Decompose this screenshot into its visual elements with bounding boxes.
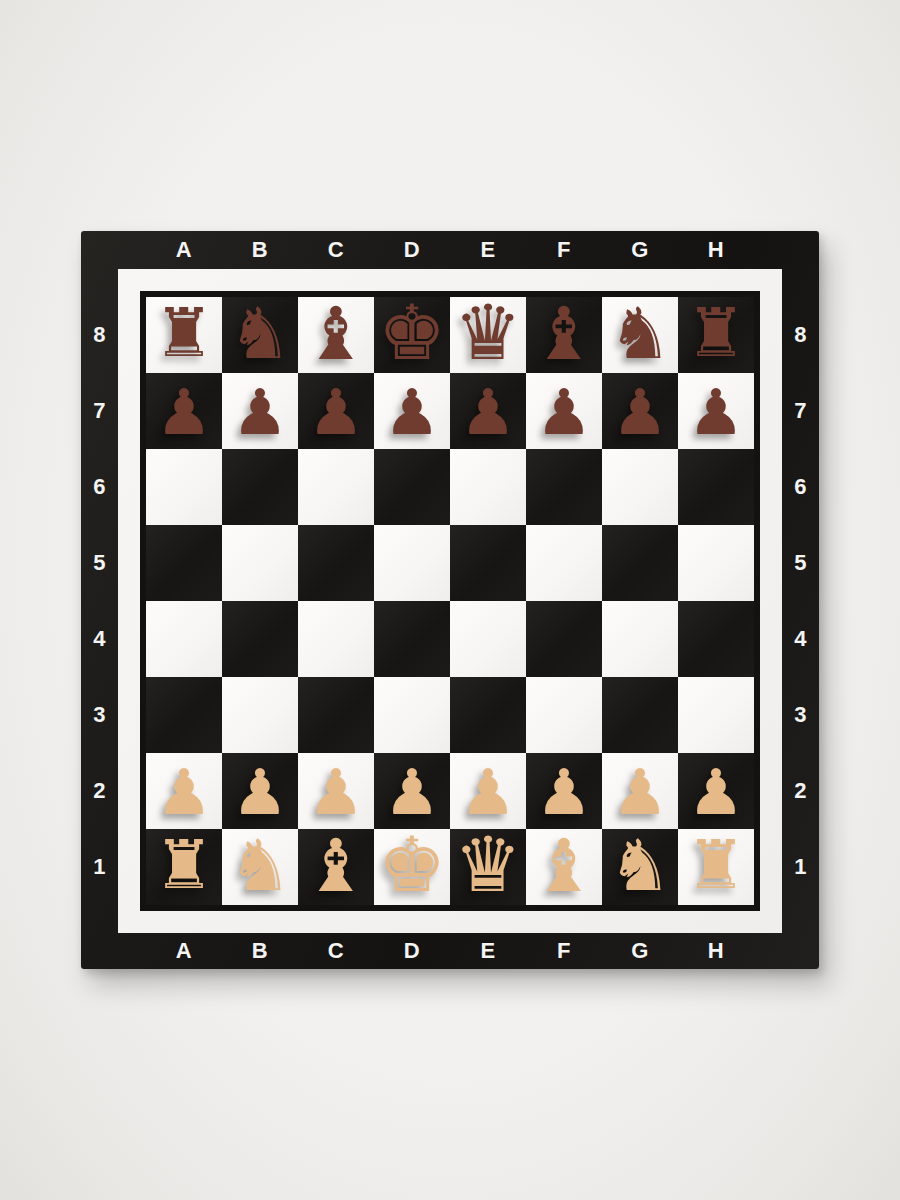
- rank-labels-left: 87654321: [81, 297, 118, 905]
- file-label-a: A: [146, 933, 222, 969]
- piece-black-bishop[interactable]: ♝: [303, 297, 368, 370]
- square-d8[interactable]: ♚: [374, 297, 450, 373]
- square-h6[interactable]: [678, 449, 754, 525]
- file-label-e: E: [450, 231, 526, 269]
- square-f3[interactable]: [526, 677, 602, 753]
- square-f1[interactable]: ♝: [526, 829, 602, 905]
- square-h1[interactable]: ♜: [678, 829, 754, 905]
- piece-white-rook[interactable]: ♜: [154, 832, 214, 899]
- piece-white-pawn[interactable]: ♟: [536, 761, 592, 824]
- file-label-g: G: [602, 231, 678, 269]
- square-c5[interactable]: [298, 525, 374, 601]
- piece-black-pawn[interactable]: ♟: [232, 381, 288, 444]
- chess-board: ABCDEFGH ABCDEFGH 87654321 87654321 ♜♞♝♚…: [81, 231, 819, 969]
- piece-white-knight[interactable]: ♞: [228, 830, 292, 901]
- square-g4[interactable]: [602, 601, 678, 677]
- square-d4[interactable]: [374, 601, 450, 677]
- file-label-h: H: [678, 933, 754, 969]
- rank-label-3: 3: [81, 677, 118, 753]
- rank-label-2: 2: [782, 753, 819, 829]
- rank-label-2: 2: [81, 753, 118, 829]
- square-g7[interactable]: ♟: [602, 373, 678, 449]
- rank-label-3: 3: [782, 677, 819, 753]
- photo-background: ABCDEFGH ABCDEFGH 87654321 87654321 ♜♞♝♚…: [0, 0, 900, 1200]
- square-b5[interactable]: [222, 525, 298, 601]
- piece-black-knight[interactable]: ♞: [608, 298, 672, 369]
- square-a6[interactable]: [146, 449, 222, 525]
- file-label-b: B: [222, 231, 298, 269]
- square-e4[interactable]: [450, 601, 526, 677]
- file-label-f: F: [526, 933, 602, 969]
- square-f7[interactable]: ♟: [526, 373, 602, 449]
- square-h5[interactable]: [678, 525, 754, 601]
- piece-white-pawn[interactable]: ♟: [384, 761, 440, 824]
- file-label-a: A: [146, 231, 222, 269]
- rank-label-7: 7: [782, 373, 819, 449]
- square-c3[interactable]: [298, 677, 374, 753]
- board-grid: ♜♞♝♚♛♝♞♜♟♟♟♟♟♟♟♟♟♟♟♟♟♟♟♟♜♞♝♚♛♝♞♜: [146, 297, 754, 905]
- rank-label-7: 7: [81, 373, 118, 449]
- square-f6[interactable]: [526, 449, 602, 525]
- square-e6[interactable]: [450, 449, 526, 525]
- square-e5[interactable]: [450, 525, 526, 601]
- square-b1[interactable]: ♞: [222, 829, 298, 905]
- square-d7[interactable]: ♟: [374, 373, 450, 449]
- square-a7[interactable]: ♟: [146, 373, 222, 449]
- square-b6[interactable]: [222, 449, 298, 525]
- piece-white-pawn[interactable]: ♟: [156, 761, 212, 824]
- playing-field-outline: ♜♞♝♚♛♝♞♜♟♟♟♟♟♟♟♟♟♟♟♟♟♟♟♟♜♞♝♚♛♝♞♜: [140, 291, 760, 911]
- rank-label-1: 1: [782, 829, 819, 905]
- square-d1[interactable]: ♚: [374, 829, 450, 905]
- square-b8[interactable]: ♞: [222, 297, 298, 373]
- piece-black-pawn[interactable]: ♟: [384, 381, 440, 444]
- piece-white-pawn[interactable]: ♟: [460, 761, 516, 824]
- square-b3[interactable]: [222, 677, 298, 753]
- file-label-g: G: [602, 933, 678, 969]
- piece-black-rook[interactable]: ♜: [154, 300, 214, 367]
- square-h7[interactable]: ♟: [678, 373, 754, 449]
- piece-white-pawn[interactable]: ♟: [232, 761, 288, 824]
- file-label-d: D: [374, 933, 450, 969]
- file-label-c: C: [298, 231, 374, 269]
- rank-label-6: 6: [782, 449, 819, 525]
- square-c7[interactable]: ♟: [298, 373, 374, 449]
- square-a1[interactable]: ♜: [146, 829, 222, 905]
- file-label-c: C: [298, 933, 374, 969]
- square-e3[interactable]: [450, 677, 526, 753]
- square-h4[interactable]: [678, 601, 754, 677]
- piece-black-king[interactable]: ♚: [378, 295, 446, 371]
- rank-label-8: 8: [782, 297, 819, 373]
- file-label-b: B: [222, 933, 298, 969]
- square-a3[interactable]: [146, 677, 222, 753]
- rank-label-1: 1: [81, 829, 118, 905]
- file-labels-top: ABCDEFGH: [146, 231, 754, 269]
- square-b2[interactable]: ♟: [222, 753, 298, 829]
- square-e7[interactable]: ♟: [450, 373, 526, 449]
- square-h3[interactable]: [678, 677, 754, 753]
- square-e2[interactable]: ♟: [450, 753, 526, 829]
- file-label-f: F: [526, 231, 602, 269]
- square-e1[interactable]: ♛: [450, 829, 526, 905]
- rank-label-4: 4: [81, 601, 118, 677]
- square-c4[interactable]: [298, 601, 374, 677]
- piece-black-pawn[interactable]: ♟: [612, 381, 668, 444]
- square-g6[interactable]: [602, 449, 678, 525]
- square-h8[interactable]: ♜: [678, 297, 754, 373]
- square-d3[interactable]: [374, 677, 450, 753]
- square-f5[interactable]: [526, 525, 602, 601]
- piece-white-knight[interactable]: ♞: [608, 830, 672, 901]
- square-c8[interactable]: ♝: [298, 297, 374, 373]
- piece-black-pawn[interactable]: ♟: [308, 381, 364, 444]
- piece-black-bishop[interactable]: ♝: [531, 297, 596, 370]
- square-f8[interactable]: ♝: [526, 297, 602, 373]
- piece-white-rook[interactable]: ♜: [686, 832, 746, 899]
- piece-white-pawn[interactable]: ♟: [612, 761, 668, 824]
- piece-white-bishop[interactable]: ♝: [531, 829, 596, 902]
- square-a8[interactable]: ♜: [146, 297, 222, 373]
- file-labels-bottom: ABCDEFGH: [146, 933, 754, 969]
- square-g2[interactable]: ♟: [602, 753, 678, 829]
- piece-white-king[interactable]: ♚: [378, 827, 446, 903]
- rank-label-5: 5: [782, 525, 819, 601]
- square-d2[interactable]: ♟: [374, 753, 450, 829]
- square-h2[interactable]: ♟: [678, 753, 754, 829]
- file-label-d: D: [374, 231, 450, 269]
- file-label-e: E: [450, 933, 526, 969]
- square-g3[interactable]: [602, 677, 678, 753]
- square-c6[interactable]: [298, 449, 374, 525]
- square-g1[interactable]: ♞: [602, 829, 678, 905]
- piece-black-pawn[interactable]: ♟: [460, 381, 516, 444]
- square-f4[interactable]: [526, 601, 602, 677]
- piece-white-pawn[interactable]: ♟: [688, 761, 744, 824]
- piece-black-pawn[interactable]: ♟: [536, 381, 592, 444]
- rank-label-5: 5: [81, 525, 118, 601]
- rank-label-6: 6: [81, 449, 118, 525]
- square-b4[interactable]: [222, 601, 298, 677]
- square-c2[interactable]: ♟: [298, 753, 374, 829]
- piece-black-rook[interactable]: ♜: [686, 300, 746, 367]
- square-a2[interactable]: ♟: [146, 753, 222, 829]
- square-f2[interactable]: ♟: [526, 753, 602, 829]
- rank-label-8: 8: [81, 297, 118, 373]
- piece-white-bishop[interactable]: ♝: [303, 829, 368, 902]
- piece-white-queen[interactable]: ♛: [454, 827, 522, 903]
- piece-black-queen[interactable]: ♛: [454, 295, 522, 371]
- file-label-h: H: [678, 231, 754, 269]
- piece-black-pawn[interactable]: ♟: [688, 381, 744, 444]
- piece-black-knight[interactable]: ♞: [228, 298, 292, 369]
- square-g5[interactable]: [602, 525, 678, 601]
- piece-black-pawn[interactable]: ♟: [156, 381, 212, 444]
- square-g8[interactable]: ♞: [602, 297, 678, 373]
- rank-label-4: 4: [782, 601, 819, 677]
- square-c1[interactable]: ♝: [298, 829, 374, 905]
- square-a4[interactable]: [146, 601, 222, 677]
- piece-white-pawn[interactable]: ♟: [308, 761, 364, 824]
- square-a5[interactable]: [146, 525, 222, 601]
- square-d5[interactable]: [374, 525, 450, 601]
- square-d6[interactable]: [374, 449, 450, 525]
- square-e8[interactable]: ♛: [450, 297, 526, 373]
- rank-labels-right: 87654321: [782, 297, 819, 905]
- square-b7[interactable]: ♟: [222, 373, 298, 449]
